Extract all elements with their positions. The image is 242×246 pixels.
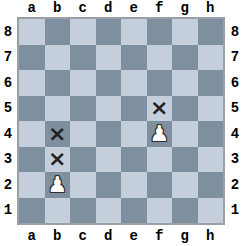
file-label-g: g <box>172 1 198 15</box>
file-labels-top: abcdefgh <box>19 1 223 15</box>
file-label-d: d <box>96 229 122 243</box>
square-d1[interactable] <box>96 198 122 224</box>
file-label-a: a <box>19 1 45 15</box>
file-labels-bottom: abcdefgh <box>19 229 223 243</box>
file-label-g: g <box>172 229 198 243</box>
file-label-c: c <box>70 1 96 15</box>
square-d2[interactable] <box>96 172 122 198</box>
square-e7[interactable] <box>121 45 147 71</box>
rank-label-7: 7 <box>1 45 15 71</box>
square-a2[interactable] <box>19 172 45 198</box>
square-h4[interactable] <box>198 121 224 147</box>
square-h2[interactable] <box>198 172 224 198</box>
rank-label-3: 3 <box>1 147 15 173</box>
x-mark-b3: × <box>48 148 66 170</box>
rank-label-2: 2 <box>228 172 242 198</box>
rank-label-8: 8 <box>1 19 15 45</box>
square-f1[interactable] <box>147 198 173 224</box>
rank-labels-right: 87654321 <box>228 19 242 223</box>
square-d8[interactable] <box>96 19 122 45</box>
square-f4[interactable]: ♟ <box>147 121 173 147</box>
square-g5[interactable] <box>172 96 198 122</box>
square-c5[interactable] <box>70 96 96 122</box>
square-h1[interactable] <box>198 198 224 224</box>
file-label-h: h <box>198 1 224 15</box>
square-d5[interactable] <box>96 96 122 122</box>
square-b3[interactable]: × <box>45 147 71 173</box>
square-b5[interactable] <box>45 96 71 122</box>
rank-label-8: 8 <box>228 19 242 45</box>
file-label-f: f <box>147 229 173 243</box>
white-pawn[interactable]: ♟ <box>47 174 67 196</box>
square-e8[interactable] <box>121 19 147 45</box>
square-b7[interactable] <box>45 45 71 71</box>
square-h3[interactable] <box>198 147 224 173</box>
square-d4[interactable] <box>96 121 122 147</box>
rank-label-1: 1 <box>1 198 15 224</box>
square-c3[interactable] <box>70 147 96 173</box>
square-c6[interactable] <box>70 70 96 96</box>
square-b8[interactable] <box>45 19 71 45</box>
square-c7[interactable] <box>70 45 96 71</box>
x-mark-b4: × <box>48 123 66 145</box>
rank-labels-left: 87654321 <box>1 19 15 223</box>
rank-label-4: 4 <box>1 121 15 147</box>
file-label-f: f <box>147 1 173 15</box>
square-g4[interactable] <box>172 121 198 147</box>
square-g6[interactable] <box>172 70 198 96</box>
square-f6[interactable] <box>147 70 173 96</box>
rank-label-7: 7 <box>228 45 242 71</box>
rank-label-4: 4 <box>228 121 242 147</box>
square-g2[interactable] <box>172 172 198 198</box>
file-label-b: b <box>45 229 71 243</box>
rank-label-3: 3 <box>228 147 242 173</box>
square-e1[interactable] <box>121 198 147 224</box>
rank-label-5: 5 <box>228 96 242 122</box>
square-e6[interactable] <box>121 70 147 96</box>
chess-diagram: abcdefgh 87654321 ××♟×♟ 87654321 abcdefg… <box>0 0 242 246</box>
square-h6[interactable] <box>198 70 224 96</box>
square-b2[interactable]: ♟ <box>45 172 71 198</box>
file-label-h: h <box>198 229 224 243</box>
rank-label-6: 6 <box>228 70 242 96</box>
square-a6[interactable] <box>19 70 45 96</box>
square-h8[interactable] <box>198 19 224 45</box>
square-e4[interactable] <box>121 121 147 147</box>
square-f5[interactable]: × <box>147 96 173 122</box>
square-e3[interactable] <box>121 147 147 173</box>
file-label-b: b <box>45 1 71 15</box>
square-a4[interactable] <box>19 121 45 147</box>
square-f2[interactable] <box>147 172 173 198</box>
x-mark-f5: × <box>150 97 168 119</box>
file-label-e: e <box>121 229 147 243</box>
square-f3[interactable] <box>147 147 173 173</box>
square-c8[interactable] <box>70 19 96 45</box>
square-a5[interactable] <box>19 96 45 122</box>
square-c2[interactable] <box>70 172 96 198</box>
file-label-e: e <box>121 1 147 15</box>
file-label-d: d <box>96 1 122 15</box>
square-h5[interactable] <box>198 96 224 122</box>
square-c1[interactable] <box>70 198 96 224</box>
square-g1[interactable] <box>172 198 198 224</box>
square-a7[interactable] <box>19 45 45 71</box>
square-g3[interactable] <box>172 147 198 173</box>
square-b6[interactable] <box>45 70 71 96</box>
square-d6[interactable] <box>96 70 122 96</box>
square-e2[interactable] <box>121 172 147 198</box>
square-b4[interactable]: × <box>45 121 71 147</box>
square-g7[interactable] <box>172 45 198 71</box>
square-f8[interactable] <box>147 19 173 45</box>
file-label-c: c <box>70 229 96 243</box>
square-a1[interactable] <box>19 198 45 224</box>
file-label-a: a <box>19 229 45 243</box>
square-b1[interactable] <box>45 198 71 224</box>
rank-label-5: 5 <box>1 96 15 122</box>
square-d3[interactable] <box>96 147 122 173</box>
square-e5[interactable] <box>121 96 147 122</box>
square-a3[interactable] <box>19 147 45 173</box>
square-d7[interactable] <box>96 45 122 71</box>
chess-board: ××♟×♟ <box>17 17 225 225</box>
rank-label-6: 6 <box>1 70 15 96</box>
rank-label-1: 1 <box>228 198 242 224</box>
square-a8[interactable] <box>19 19 45 45</box>
rank-label-2: 2 <box>1 172 15 198</box>
square-c4[interactable] <box>70 121 96 147</box>
white-pawn[interactable]: ♟ <box>149 123 169 145</box>
square-g8[interactable] <box>172 19 198 45</box>
square-h7[interactable] <box>198 45 224 71</box>
square-f7[interactable] <box>147 45 173 71</box>
